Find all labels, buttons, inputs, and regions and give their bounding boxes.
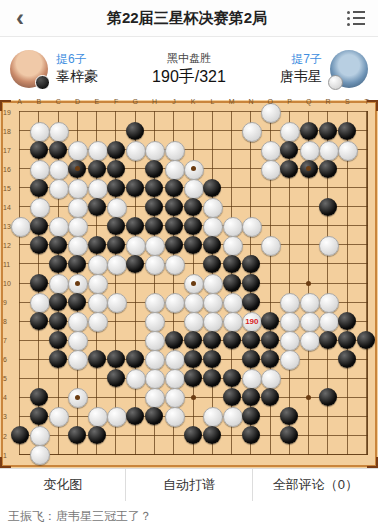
intersection-G12[interactable] xyxy=(126,235,145,254)
comment-row[interactable]: 王振飞：唐韦星三冠王了？ xyxy=(0,501,378,532)
intersection-A10[interactable] xyxy=(10,273,29,292)
intersection-O4[interactable] xyxy=(260,388,279,407)
intersection-N4[interactable] xyxy=(241,388,260,407)
intersection-T5[interactable] xyxy=(357,369,376,388)
intersection-A6[interactable] xyxy=(10,350,29,369)
intersection-L8[interactable] xyxy=(203,312,222,331)
intersection-M17[interactable] xyxy=(222,140,241,159)
intersection-L1[interactable] xyxy=(203,445,222,464)
intersection-N11[interactable] xyxy=(241,254,260,273)
intersection-R4[interactable] xyxy=(318,388,337,407)
intersection-N8[interactable]: 190 xyxy=(241,312,260,331)
intersection-N6[interactable] xyxy=(241,350,260,369)
intersection-L4[interactable] xyxy=(203,388,222,407)
intersection-C13[interactable] xyxy=(49,216,68,235)
intersection-K14[interactable] xyxy=(183,197,202,216)
intersection-K15[interactable] xyxy=(183,178,202,197)
intersection-C15[interactable] xyxy=(49,178,68,197)
intersection-E15[interactable] xyxy=(87,178,106,197)
intersection-N13[interactable] xyxy=(241,216,260,235)
intersection-F18[interactable] xyxy=(106,121,125,140)
intersection-P4[interactable] xyxy=(280,388,299,407)
intersection-A11[interactable] xyxy=(10,254,29,273)
intersection-N5[interactable] xyxy=(241,369,260,388)
intersection-R7[interactable] xyxy=(318,331,337,350)
intersection-A18[interactable] xyxy=(10,121,29,140)
intersection-E10[interactable] xyxy=(87,273,106,292)
intersection-E7[interactable] xyxy=(87,331,106,350)
intersection-G5[interactable] xyxy=(126,369,145,388)
intersection-P16[interactable] xyxy=(280,159,299,178)
intersection-S16[interactable] xyxy=(338,159,357,178)
intersection-B3[interactable] xyxy=(29,407,48,426)
intersection-P15[interactable] xyxy=(280,178,299,197)
intersection-H10[interactable] xyxy=(145,273,164,292)
intersection-T10[interactable] xyxy=(357,273,376,292)
intersection-C18[interactable] xyxy=(49,121,68,140)
intersection-O7[interactable] xyxy=(260,331,279,350)
intersection-J10[interactable] xyxy=(164,273,183,292)
intersection-J4[interactable] xyxy=(164,388,183,407)
intersection-E2[interactable] xyxy=(87,426,106,445)
intersection-J16[interactable] xyxy=(164,159,183,178)
intersection-S13[interactable] xyxy=(338,216,357,235)
intersection-R17[interactable] xyxy=(318,140,337,159)
intersection-R5[interactable] xyxy=(318,369,337,388)
tab-auto-replay[interactable]: 自动打谱 xyxy=(125,469,251,501)
intersection-R15[interactable] xyxy=(318,178,337,197)
intersection-R12[interactable] xyxy=(318,235,337,254)
intersection-F8[interactable] xyxy=(106,312,125,331)
intersection-K3[interactable] xyxy=(183,407,202,426)
intersection-S6[interactable] xyxy=(338,350,357,369)
intersection-G7[interactable] xyxy=(126,331,145,350)
intersection-P2[interactable] xyxy=(280,426,299,445)
intersection-T9[interactable] xyxy=(357,292,376,311)
intersection-D11[interactable] xyxy=(68,254,87,273)
intersection-C17[interactable] xyxy=(49,140,68,159)
intersection-G6[interactable] xyxy=(126,350,145,369)
intersection-L3[interactable] xyxy=(203,407,222,426)
intersection-K9[interactable] xyxy=(183,292,202,311)
intersection-D7[interactable] xyxy=(68,331,87,350)
intersection-H9[interactable] xyxy=(145,292,164,311)
intersection-F14[interactable] xyxy=(106,197,125,216)
intersection-K11[interactable] xyxy=(183,254,202,273)
intersection-P7[interactable] xyxy=(280,331,299,350)
intersection-A14[interactable] xyxy=(10,197,29,216)
intersection-S11[interactable] xyxy=(338,254,357,273)
intersection-B7[interactable] xyxy=(29,331,48,350)
intersection-L7[interactable] xyxy=(203,331,222,350)
intersection-C10[interactable] xyxy=(49,273,68,292)
intersection-T18[interactable] xyxy=(357,121,376,140)
intersection-M15[interactable] xyxy=(222,178,241,197)
intersection-P9[interactable] xyxy=(280,292,299,311)
intersection-A8[interactable] xyxy=(10,312,29,331)
intersection-K17[interactable] xyxy=(183,140,202,159)
intersection-R11[interactable] xyxy=(318,254,337,273)
intersection-T17[interactable] xyxy=(357,140,376,159)
intersection-P12[interactable] xyxy=(280,235,299,254)
intersection-B11[interactable] xyxy=(29,254,48,273)
intersection-N1[interactable] xyxy=(241,445,260,464)
intersection-A12[interactable] xyxy=(10,235,29,254)
intersection-P14[interactable] xyxy=(280,197,299,216)
intersection-F15[interactable] xyxy=(106,178,125,197)
intersection-H12[interactable] xyxy=(145,235,164,254)
intersection-E8[interactable] xyxy=(87,312,106,331)
intersection-F6[interactable] xyxy=(106,350,125,369)
intersection-F16[interactable] xyxy=(106,159,125,178)
intersection-M9[interactable] xyxy=(222,292,241,311)
intersection-T7[interactable] xyxy=(357,331,376,350)
intersection-S14[interactable] xyxy=(338,197,357,216)
intersection-O15[interactable] xyxy=(260,178,279,197)
intersection-S10[interactable] xyxy=(338,273,357,292)
intersection-L10[interactable] xyxy=(203,273,222,292)
intersection-L12[interactable] xyxy=(203,235,222,254)
intersection-C14[interactable] xyxy=(49,197,68,216)
intersection-J13[interactable] xyxy=(164,216,183,235)
intersection-E9[interactable] xyxy=(87,292,106,311)
intersection-C4[interactable] xyxy=(49,388,68,407)
intersection-E13[interactable] xyxy=(87,216,106,235)
intersection-F1[interactable] xyxy=(106,445,125,464)
white-player-avatar[interactable] xyxy=(330,50,368,88)
intersection-M6[interactable] xyxy=(222,350,241,369)
intersection-J15[interactable] xyxy=(164,178,183,197)
intersection-P1[interactable] xyxy=(280,445,299,464)
intersection-Q5[interactable] xyxy=(299,369,318,388)
intersection-O1[interactable] xyxy=(260,445,279,464)
intersection-G17[interactable] xyxy=(126,140,145,159)
intersection-H1[interactable] xyxy=(145,445,164,464)
intersection-M16[interactable] xyxy=(222,159,241,178)
intersection-E17[interactable] xyxy=(87,140,106,159)
intersection-G15[interactable] xyxy=(126,178,145,197)
intersection-P3[interactable] xyxy=(280,407,299,426)
intersection-O16[interactable] xyxy=(260,159,279,178)
intersection-O9[interactable] xyxy=(260,292,279,311)
intersection-M5[interactable] xyxy=(222,369,241,388)
intersection-M11[interactable] xyxy=(222,254,241,273)
intersection-N12[interactable] xyxy=(241,235,260,254)
intersection-C1[interactable] xyxy=(49,445,68,464)
intersection-B4[interactable] xyxy=(29,388,48,407)
intersection-P6[interactable] xyxy=(280,350,299,369)
intersection-H13[interactable] xyxy=(145,216,164,235)
intersection-J1[interactable] xyxy=(164,445,183,464)
intersection-B1[interactable] xyxy=(29,445,48,464)
intersection-L14[interactable] xyxy=(203,197,222,216)
intersection-D6[interactable] xyxy=(68,350,87,369)
intersection-K7[interactable] xyxy=(183,331,202,350)
intersection-R2[interactable] xyxy=(318,426,337,445)
intersection-E12[interactable] xyxy=(87,235,106,254)
intersection-P5[interactable] xyxy=(280,369,299,388)
intersection-P18[interactable] xyxy=(280,121,299,140)
intersection-Q15[interactable] xyxy=(299,178,318,197)
intersection-P13[interactable] xyxy=(280,216,299,235)
intersection-D5[interactable] xyxy=(68,369,87,388)
intersection-A1[interactable] xyxy=(10,445,29,464)
intersection-J2[interactable] xyxy=(164,426,183,445)
intersection-Q6[interactable] xyxy=(299,350,318,369)
intersection-B15[interactable] xyxy=(29,178,48,197)
intersection-L6[interactable] xyxy=(203,350,222,369)
intersection-E18[interactable] xyxy=(87,121,106,140)
back-button[interactable]: ‹ xyxy=(0,1,40,35)
intersection-Q11[interactable] xyxy=(299,254,318,273)
intersection-N7[interactable] xyxy=(241,331,260,350)
intersection-A16[interactable] xyxy=(10,159,29,178)
intersection-B2[interactable] xyxy=(29,426,48,445)
intersection-S9[interactable] xyxy=(338,292,357,311)
intersection-D1[interactable] xyxy=(68,445,87,464)
intersection-K2[interactable] xyxy=(183,426,202,445)
intersection-L2[interactable] xyxy=(203,426,222,445)
intersection-A4[interactable] xyxy=(10,388,29,407)
intersection-K1[interactable] xyxy=(183,445,202,464)
intersection-L5[interactable] xyxy=(203,369,222,388)
intersection-S12[interactable] xyxy=(338,235,357,254)
intersection-M4[interactable] xyxy=(222,388,241,407)
intersection-S3[interactable] xyxy=(338,407,357,426)
intersection-R9[interactable] xyxy=(318,292,337,311)
intersection-B16[interactable] xyxy=(29,159,48,178)
intersection-E6[interactable] xyxy=(87,350,106,369)
intersection-J6[interactable] xyxy=(164,350,183,369)
intersection-B9[interactable] xyxy=(29,292,48,311)
intersection-K13[interactable] xyxy=(183,216,202,235)
intersection-L15[interactable] xyxy=(203,178,222,197)
intersection-N18[interactable] xyxy=(241,121,260,140)
intersection-H5[interactable] xyxy=(145,369,164,388)
intersection-E11[interactable] xyxy=(87,254,106,273)
intersection-Q8[interactable] xyxy=(299,312,318,331)
intersection-M2[interactable] xyxy=(222,426,241,445)
intersection-S8[interactable] xyxy=(338,312,357,331)
intersection-A5[interactable] xyxy=(10,369,29,388)
intersection-C9[interactable] xyxy=(49,292,68,311)
intersection-A13[interactable] xyxy=(10,216,29,235)
intersection-C8[interactable] xyxy=(49,312,68,331)
intersection-H16[interactable] xyxy=(145,159,164,178)
intersection-N3[interactable] xyxy=(241,407,260,426)
intersection-G3[interactable] xyxy=(126,407,145,426)
intersection-T2[interactable] xyxy=(357,426,376,445)
intersection-Q14[interactable] xyxy=(299,197,318,216)
intersection-D15[interactable] xyxy=(68,178,87,197)
intersection-S5[interactable] xyxy=(338,369,357,388)
intersection-P8[interactable] xyxy=(280,312,299,331)
intersection-D8[interactable] xyxy=(68,312,87,331)
intersection-M10[interactable] xyxy=(222,273,241,292)
intersection-G9[interactable] xyxy=(126,292,145,311)
intersection-H6[interactable] xyxy=(145,350,164,369)
intersection-R6[interactable] xyxy=(318,350,337,369)
intersection-M8[interactable] xyxy=(222,312,241,331)
intersection-M7[interactable] xyxy=(222,331,241,350)
intersection-Q9[interactable] xyxy=(299,292,318,311)
intersection-G4[interactable] xyxy=(126,388,145,407)
intersection-L16[interactable] xyxy=(203,159,222,178)
intersection-N16[interactable] xyxy=(241,159,260,178)
intersection-M3[interactable] xyxy=(222,407,241,426)
intersection-O13[interactable] xyxy=(260,216,279,235)
intersection-F7[interactable] xyxy=(106,331,125,350)
tab-all-comments[interactable]: 全部评论（0） xyxy=(252,469,378,501)
intersection-K18[interactable] xyxy=(183,121,202,140)
intersection-H3[interactable] xyxy=(145,407,164,426)
intersection-O14[interactable] xyxy=(260,197,279,216)
intersection-G18[interactable] xyxy=(126,121,145,140)
intersection-C7[interactable] xyxy=(49,331,68,350)
intersection-G8[interactable] xyxy=(126,312,145,331)
intersection-J14[interactable] xyxy=(164,197,183,216)
intersection-G10[interactable] xyxy=(126,273,145,292)
intersection-B8[interactable] xyxy=(29,312,48,331)
intersection-P17[interactable] xyxy=(280,140,299,159)
intersection-O3[interactable] xyxy=(260,407,279,426)
intersection-O12[interactable] xyxy=(260,235,279,254)
intersection-A7[interactable] xyxy=(10,331,29,350)
intersection-G16[interactable] xyxy=(126,159,145,178)
intersection-H17[interactable] xyxy=(145,140,164,159)
intersection-D17[interactable] xyxy=(68,140,87,159)
intersection-C12[interactable] xyxy=(49,235,68,254)
intersection-T13[interactable] xyxy=(357,216,376,235)
intersection-B13[interactable] xyxy=(29,216,48,235)
intersection-F2[interactable] xyxy=(106,426,125,445)
intersection-F9[interactable] xyxy=(106,292,125,311)
intersection-B6[interactable] xyxy=(29,350,48,369)
intersection-K8[interactable] xyxy=(183,312,202,331)
intersection-T3[interactable] xyxy=(357,407,376,426)
intersection-H8[interactable] xyxy=(145,312,164,331)
intersection-G13[interactable] xyxy=(126,216,145,235)
intersection-J7[interactable] xyxy=(164,331,183,350)
intersection-O10[interactable] xyxy=(260,273,279,292)
intersection-E4[interactable] xyxy=(87,388,106,407)
intersection-M1[interactable] xyxy=(222,445,241,464)
intersection-T6[interactable] xyxy=(357,350,376,369)
intersection-C6[interactable] xyxy=(49,350,68,369)
intersection-H14[interactable] xyxy=(145,197,164,216)
intersection-C16[interactable] xyxy=(49,159,68,178)
intersection-Q2[interactable] xyxy=(299,426,318,445)
intersection-G2[interactable] xyxy=(126,426,145,445)
intersection-M14[interactable] xyxy=(222,197,241,216)
intersection-J12[interactable] xyxy=(164,235,183,254)
intersection-Q12[interactable] xyxy=(299,235,318,254)
intersection-H7[interactable] xyxy=(145,331,164,350)
game-list-button[interactable] xyxy=(334,11,378,26)
intersection-J5[interactable] xyxy=(164,369,183,388)
intersection-N17[interactable] xyxy=(241,140,260,159)
intersection-K6[interactable] xyxy=(183,350,202,369)
intersection-Q7[interactable] xyxy=(299,331,318,350)
intersection-K5[interactable] xyxy=(183,369,202,388)
intersection-L18[interactable] xyxy=(203,121,222,140)
intersection-Q3[interactable] xyxy=(299,407,318,426)
intersection-J18[interactable] xyxy=(164,121,183,140)
intersection-T11[interactable] xyxy=(357,254,376,273)
intersection-O17[interactable] xyxy=(260,140,279,159)
intersection-M13[interactable] xyxy=(222,216,241,235)
intersection-B17[interactable] xyxy=(29,140,48,159)
intersection-D2[interactable] xyxy=(68,426,87,445)
intersection-D12[interactable] xyxy=(68,235,87,254)
intersection-T8[interactable] xyxy=(357,312,376,331)
intersection-N15[interactable] xyxy=(241,178,260,197)
intersection-R18[interactable] xyxy=(318,121,337,140)
intersection-C11[interactable] xyxy=(49,254,68,273)
intersection-T15[interactable] xyxy=(357,178,376,197)
intersection-O18[interactable] xyxy=(260,121,279,140)
black-player-avatar[interactable] xyxy=(10,50,48,88)
intersection-J11[interactable] xyxy=(164,254,183,273)
intersection-L13[interactable] xyxy=(203,216,222,235)
intersection-O11[interactable] xyxy=(260,254,279,273)
intersection-R3[interactable] xyxy=(318,407,337,426)
intersection-A15[interactable] xyxy=(10,178,29,197)
intersection-B18[interactable] xyxy=(29,121,48,140)
intersection-S2[interactable] xyxy=(338,426,357,445)
intersection-E5[interactable] xyxy=(87,369,106,388)
intersection-S15[interactable] xyxy=(338,178,357,197)
intersection-R13[interactable] xyxy=(318,216,337,235)
intersection-Q13[interactable] xyxy=(299,216,318,235)
intersection-S1[interactable] xyxy=(338,445,357,464)
tab-variation-diagram[interactable]: 变化图 xyxy=(0,469,125,501)
intersection-F4[interactable] xyxy=(106,388,125,407)
intersection-E3[interactable] xyxy=(87,407,106,426)
intersection-D9[interactable] xyxy=(68,292,87,311)
intersection-C2[interactable] xyxy=(49,426,68,445)
intersection-F3[interactable] xyxy=(106,407,125,426)
intersection-K12[interactable] xyxy=(183,235,202,254)
intersection-D13[interactable] xyxy=(68,216,87,235)
intersection-Q1[interactable] xyxy=(299,445,318,464)
intersection-R10[interactable] xyxy=(318,273,337,292)
intersection-M12[interactable] xyxy=(222,235,241,254)
intersection-T1[interactable] xyxy=(357,445,376,464)
intersection-Q18[interactable] xyxy=(299,121,318,140)
intersection-F13[interactable] xyxy=(106,216,125,235)
intersection-A17[interactable] xyxy=(10,140,29,159)
intersection-C5[interactable] xyxy=(49,369,68,388)
intersection-T16[interactable] xyxy=(357,159,376,178)
intersection-L17[interactable] xyxy=(203,140,222,159)
intersection-S4[interactable] xyxy=(338,388,357,407)
intersection-F11[interactable] xyxy=(106,254,125,273)
intersection-E16[interactable] xyxy=(87,159,106,178)
intersection-F5[interactable] xyxy=(106,369,125,388)
intersection-R8[interactable] xyxy=(318,312,337,331)
intersection-A2[interactable] xyxy=(10,426,29,445)
intersection-H2[interactable] xyxy=(145,426,164,445)
intersection-H11[interactable] xyxy=(145,254,164,273)
intersection-E1[interactable] xyxy=(87,445,106,464)
intersection-Q17[interactable] xyxy=(299,140,318,159)
intersection-T4[interactable] xyxy=(357,388,376,407)
intersection-G1[interactable] xyxy=(126,445,145,464)
intersection-N2[interactable] xyxy=(241,426,260,445)
intersection-D3[interactable] xyxy=(68,407,87,426)
intersection-D18[interactable] xyxy=(68,121,87,140)
